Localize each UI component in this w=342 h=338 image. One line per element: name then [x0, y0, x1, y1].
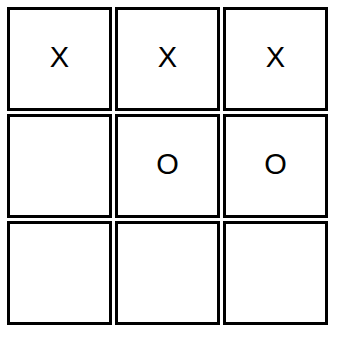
cell-r1c2[interactable]: X [115, 7, 220, 111]
cell-r3c1[interactable] [7, 221, 112, 325]
cell-r2c3[interactable]: O [223, 114, 328, 218]
cell-r2c1[interactable] [7, 114, 112, 218]
cell-r2c2[interactable]: O [115, 114, 220, 218]
cell-r3c2[interactable] [115, 221, 220, 325]
cell-r3c3[interactable] [223, 221, 328, 325]
cell-r1c3[interactable]: X [223, 7, 328, 111]
cell-r1c1[interactable]: X [7, 7, 112, 111]
tic-tac-toe-board: X X X O O [7, 7, 328, 325]
